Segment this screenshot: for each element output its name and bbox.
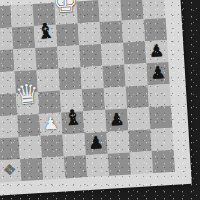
corner-ornament: ❖ (2, 163, 16, 179)
square-b8[interactable] (11, 4, 34, 27)
square-e3[interactable] (83, 110, 106, 133)
square-f3[interactable]: ♟ (105, 109, 128, 132)
square-d4[interactable] (60, 89, 83, 112)
square-h4[interactable] (148, 84, 171, 107)
piece-white-pawn-c3: ♟ (43, 115, 59, 133)
square-a5[interactable] (0, 71, 16, 94)
square-f1[interactable] (108, 152, 131, 175)
square-e7[interactable] (78, 22, 101, 45)
square-g6[interactable] (123, 41, 146, 64)
square-c6[interactable] (35, 47, 58, 70)
square-f8[interactable] (98, 0, 121, 22)
square-b5[interactable] (15, 70, 38, 93)
square-d7[interactable] (56, 23, 79, 46)
square-d2[interactable] (63, 133, 86, 156)
square-h5[interactable]: ♟ (146, 62, 169, 85)
square-h6[interactable]: ♟ (145, 40, 168, 63)
square-b4[interactable]: ♛ (16, 92, 39, 115)
square-a4[interactable] (0, 93, 17, 116)
square-d5[interactable] (58, 67, 81, 90)
square-c1[interactable] (42, 156, 65, 179)
square-f4[interactable] (104, 87, 127, 110)
piece-black-pawn-f3: ♟ (109, 111, 125, 129)
board-border: CHESS ♚♝♟♟♛♟♝♟♟❖ (0, 0, 192, 196)
piece-black-pawn-h6: ♟ (148, 42, 164, 60)
piece-black-pawn-h5: ♟ (150, 64, 166, 82)
square-h8[interactable] (142, 0, 165, 19)
square-g4[interactable] (126, 85, 149, 108)
square-b7[interactable] (12, 26, 35, 49)
square-d8[interactable]: ♚ (54, 1, 77, 24)
square-c3[interactable]: ♟ (39, 113, 62, 136)
piece-white-king-d8: ♚ (52, 0, 79, 18)
chess-board: ♚♝♟♟♛♟♝♟♟❖ (0, 0, 175, 182)
square-h1[interactable] (152, 150, 175, 173)
square-e5[interactable] (80, 66, 103, 89)
chessboard-photo: CHESS ♚♝♟♟♛♟♝♟♟❖ (0, 0, 200, 200)
square-h3[interactable] (149, 106, 172, 129)
square-g2[interactable] (128, 129, 151, 152)
square-c8[interactable] (33, 3, 56, 26)
square-f6[interactable] (101, 43, 124, 66)
square-g8[interactable] (120, 0, 143, 21)
piece-black-pawn-e2: ♟ (88, 134, 104, 152)
square-b6[interactable] (13, 48, 36, 71)
square-c4[interactable] (38, 91, 61, 114)
square-e6[interactable] (79, 44, 102, 67)
square-d3[interactable]: ♝ (61, 111, 84, 134)
square-h2[interactable] (150, 128, 173, 151)
square-a3[interactable] (0, 115, 19, 138)
square-e4[interactable] (82, 88, 105, 111)
square-e2[interactable]: ♟ (84, 132, 107, 155)
square-c2[interactable] (41, 135, 64, 158)
square-g7[interactable] (122, 19, 145, 42)
square-f7[interactable] (100, 21, 123, 44)
square-c5[interactable] (37, 69, 60, 92)
square-c7[interactable]: ♝ (34, 25, 57, 48)
square-e1[interactable] (86, 154, 109, 177)
square-g1[interactable] (130, 151, 153, 174)
square-a2[interactable] (0, 137, 20, 160)
square-a6[interactable] (0, 49, 15, 72)
square-d6[interactable] (57, 45, 80, 68)
square-a1[interactable]: ❖ (0, 159, 21, 182)
square-e8[interactable] (76, 0, 99, 23)
square-h7[interactable] (144, 18, 167, 41)
square-b1[interactable] (20, 158, 43, 181)
square-b2[interactable] (19, 136, 42, 159)
square-g3[interactable] (127, 107, 150, 130)
square-g5[interactable] (124, 63, 147, 86)
square-f5[interactable] (102, 65, 125, 88)
square-b3[interactable] (17, 114, 40, 137)
square-f2[interactable] (106, 130, 129, 153)
square-d1[interactable] (64, 155, 87, 178)
